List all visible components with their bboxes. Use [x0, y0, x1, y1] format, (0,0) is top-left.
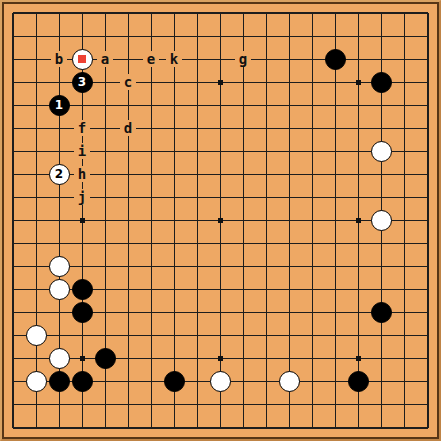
stone-black[interactable]	[371, 72, 392, 93]
star-point	[356, 80, 361, 85]
stone-white[interactable]	[371, 210, 392, 231]
stone-white[interactable]	[279, 371, 300, 392]
stone-white[interactable]	[371, 141, 392, 162]
stone-black[interactable]	[325, 49, 346, 70]
grid-line-vertical	[312, 13, 313, 428]
grid-line-horizontal	[13, 243, 428, 244]
move-number: 2	[55, 167, 63, 181]
point-label-a: a	[97, 51, 113, 67]
point-label-b: b	[51, 51, 67, 67]
stone-white[interactable]	[49, 279, 70, 300]
stone-black[interactable]	[49, 371, 70, 392]
grid-line-vertical	[404, 13, 405, 428]
stone-black[interactable]: 1	[49, 95, 70, 116]
stone-black[interactable]	[95, 348, 116, 369]
stone-black[interactable]	[164, 371, 185, 392]
stone-white[interactable]: 2	[49, 164, 70, 185]
star-point	[80, 218, 85, 223]
stone-white[interactable]	[49, 256, 70, 277]
stone-black[interactable]	[72, 371, 93, 392]
go-board[interactable]: 312baekgcfdihj	[0, 0, 441, 441]
grid-line-vertical	[335, 13, 336, 428]
grid-line-horizontal	[13, 427, 428, 429]
red-square-mark-icon	[78, 55, 86, 63]
point-label-i: i	[74, 143, 90, 159]
point-label-c: c	[120, 74, 136, 90]
stone-white[interactable]	[210, 371, 231, 392]
grid-line-vertical	[266, 13, 267, 428]
point-label-d: d	[120, 120, 136, 136]
point-label-f: f	[74, 120, 90, 136]
stone-black[interactable]: 3	[72, 72, 93, 93]
grid-line-vertical	[243, 13, 244, 428]
point-label-j: j	[74, 189, 90, 205]
stone-white[interactable]	[26, 325, 47, 346]
stone-black[interactable]	[72, 302, 93, 323]
stone-white[interactable]	[72, 49, 93, 70]
stone-black[interactable]	[72, 279, 93, 300]
stone-black[interactable]	[348, 371, 369, 392]
star-point	[218, 80, 223, 85]
grid-line-horizontal	[13, 404, 428, 405]
point-label-e: e	[143, 51, 159, 67]
stone-white[interactable]	[26, 371, 47, 392]
grid-line-horizontal	[13, 266, 428, 267]
grid-line-vertical	[289, 13, 290, 428]
grid-line-horizontal	[13, 335, 428, 336]
point-label-g: g	[235, 51, 251, 67]
star-point	[356, 218, 361, 223]
star-point	[218, 218, 223, 223]
star-point	[356, 356, 361, 361]
star-point	[218, 356, 223, 361]
move-number: 3	[78, 75, 86, 89]
go-diagram: 312baekgcfdihj	[0, 0, 441, 441]
move-number: 1	[55, 98, 63, 112]
point-label-k: k	[166, 51, 182, 67]
star-point	[80, 356, 85, 361]
stone-black[interactable]	[371, 302, 392, 323]
point-label-h: h	[74, 166, 90, 182]
grid-line-vertical	[427, 13, 429, 428]
stone-white[interactable]	[49, 348, 70, 369]
